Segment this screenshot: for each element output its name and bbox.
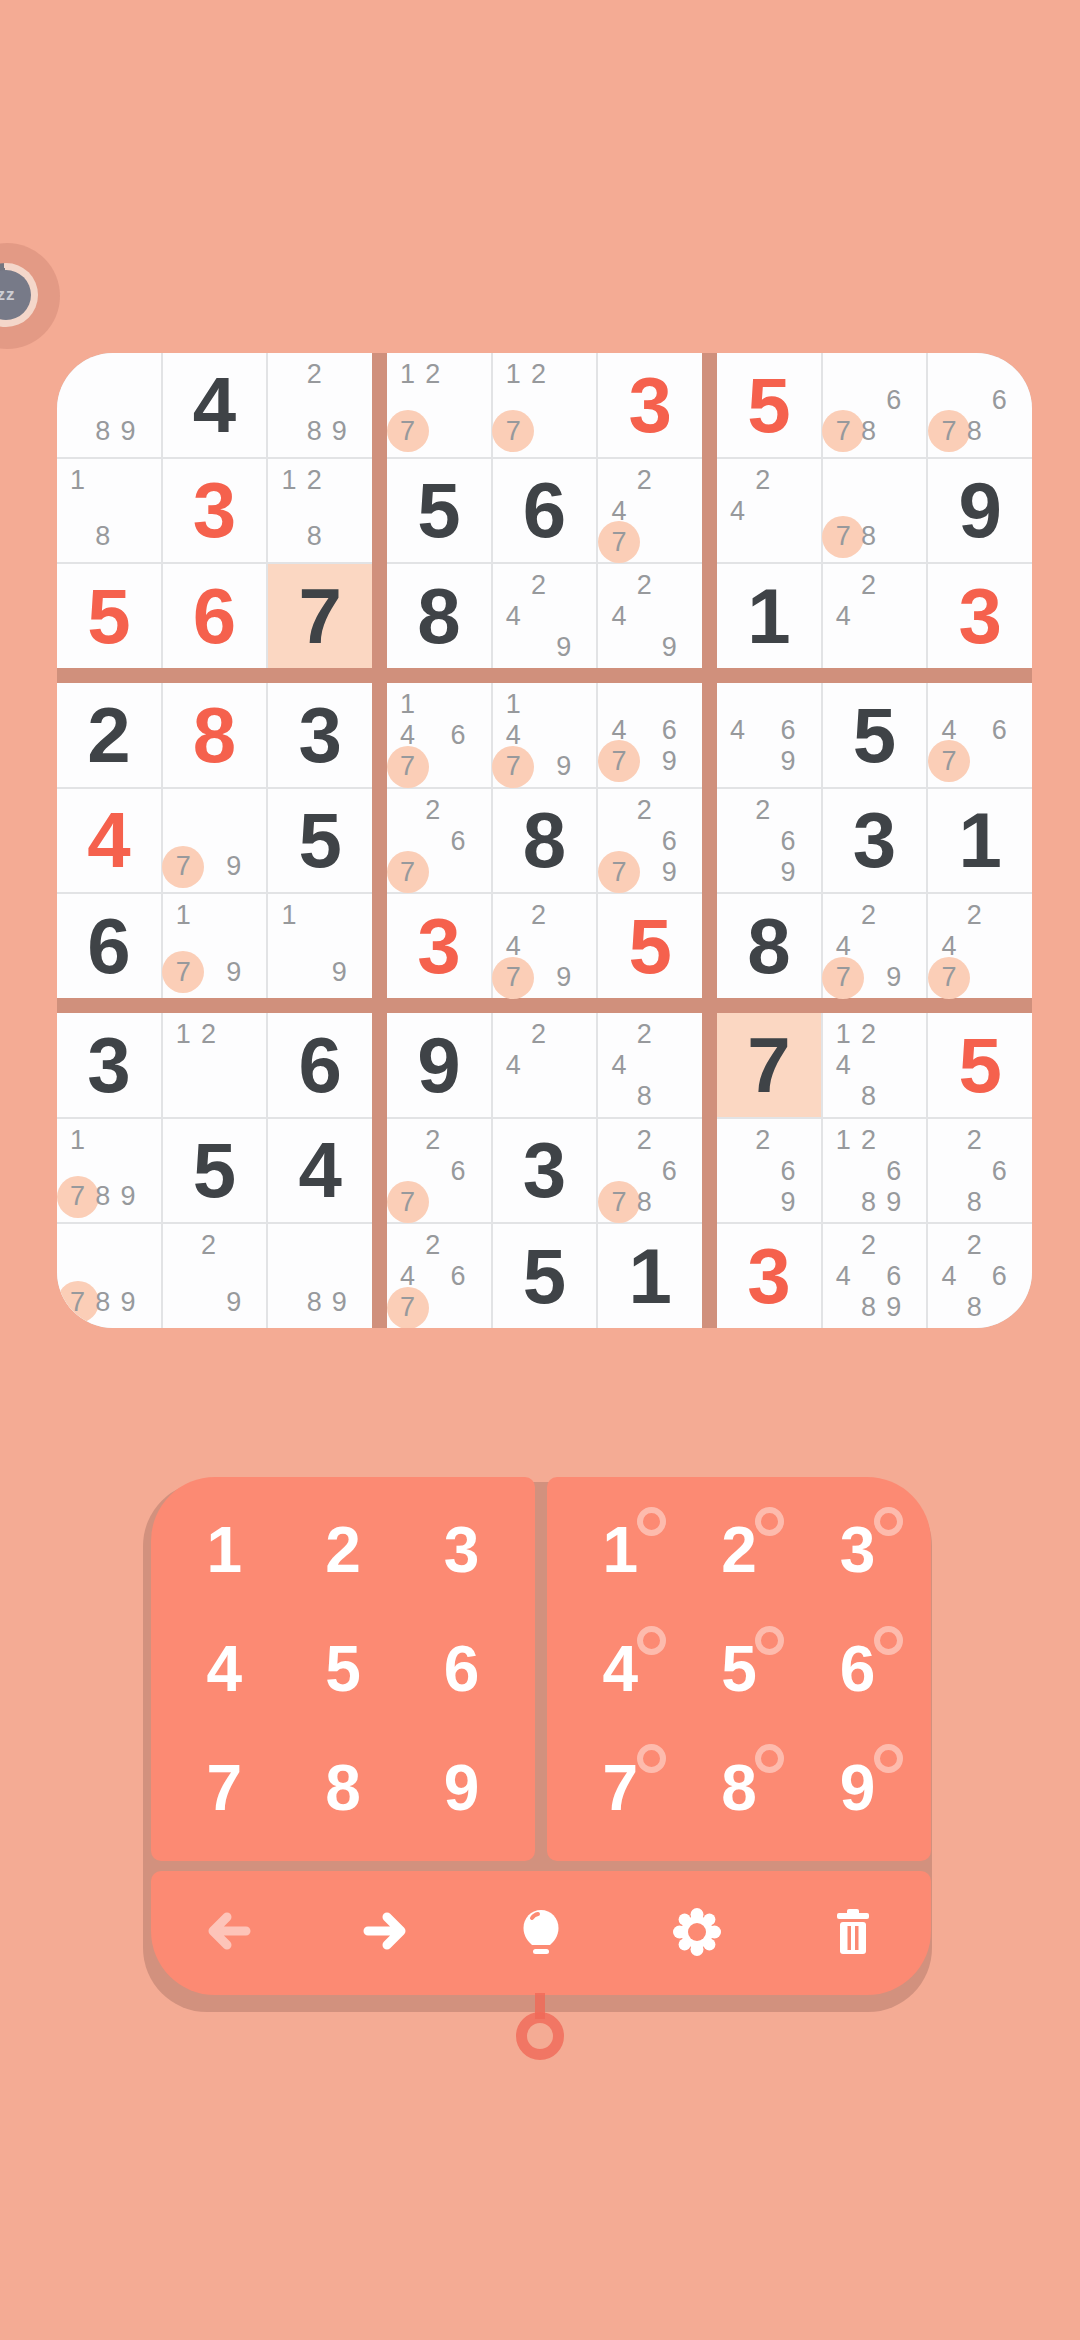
notes-keypad-digit-3[interactable]: 3 (798, 1491, 917, 1610)
given-digit: 5 (853, 696, 896, 774)
given-digit: 5 (417, 471, 460, 549)
note-digit-circled: 7 (395, 857, 420, 888)
note-digit: 2 (420, 359, 445, 390)
cell-r5c8[interactable]: 3 (823, 789, 927, 893)
note-digit: 1 (831, 1125, 856, 1156)
cell-r4c3[interactable]: 3 (268, 683, 372, 787)
sudoku-board: 8942891831285671271273562478249249567867… (57, 353, 1032, 1328)
note-digit: 1 (276, 465, 301, 496)
cell-r5c9[interactable]: 1 (928, 789, 1032, 893)
note-digit-circled: 7 (65, 1181, 90, 1212)
cell-r6c5[interactable]: 2479 (493, 894, 597, 998)
note-digit: 8 (856, 521, 881, 552)
cell-r8c6[interactable]: 2678 (598, 1119, 702, 1223)
pencil-notes: 128 (276, 465, 352, 553)
note-digit: 2 (856, 1125, 881, 1156)
note-ring-icon (755, 1626, 784, 1655)
user-digit: 5 (628, 907, 671, 985)
given-digit: 8 (417, 577, 460, 655)
redo-button[interactable] (307, 1903, 463, 1964)
note-digit: 6 (987, 715, 1012, 746)
note-digit: 4 (831, 1050, 856, 1081)
note-digit: 9 (551, 751, 576, 782)
cell-r8c5[interactable]: 3 (493, 1119, 597, 1223)
cell-r3c6[interactable]: 249 (598, 564, 702, 668)
pencil-notes: 24 (831, 570, 907, 658)
note-digit: 9 (775, 1187, 800, 1218)
cell-r2c6[interactable]: 247 (598, 459, 702, 563)
note-digit: 2 (750, 465, 775, 496)
pencil-notes: 24 (501, 1019, 577, 1107)
cell-r2c5[interactable]: 6 (493, 459, 597, 563)
cell-r8c8[interactable]: 12689 (823, 1119, 927, 1223)
note-digit: 2 (856, 1019, 881, 1050)
note-ring-icon (755, 1744, 784, 1773)
note-digit: 9 (115, 1181, 140, 1212)
cell-r7c2[interactable]: 12 (163, 1013, 267, 1117)
note-digit: 2 (420, 1230, 445, 1261)
note-digit: 8 (856, 1187, 881, 1218)
pencil-notes: 179 (171, 900, 247, 988)
note-digit: 9 (115, 416, 140, 447)
cell-r1c1[interactable]: 89 (57, 353, 161, 457)
note-digit-circled: 7 (831, 521, 856, 552)
note-digit: 2 (632, 1125, 657, 1156)
note-digit: 9 (657, 857, 682, 888)
cell-r9c6[interactable]: 1 (598, 1224, 702, 1328)
note-digit: 4 (606, 601, 631, 632)
board-box-1: 894289183128567 (57, 353, 372, 668)
note-digit: 2 (962, 900, 987, 931)
given-digit: 7 (298, 577, 341, 655)
cell-r7c5[interactable]: 24 (493, 1013, 597, 1117)
cell-r6c1[interactable]: 6 (57, 894, 161, 998)
pencil-notes: 89 (276, 1230, 352, 1318)
keypad-digit-8[interactable]: 8 (284, 1728, 403, 1847)
note-digit: 2 (856, 900, 881, 931)
cell-r4c7[interactable]: 469 (717, 683, 821, 787)
pencil-notes: 79 (171, 795, 247, 883)
pencil-notes: 289 (276, 359, 352, 447)
cell-r8c3[interactable]: 4 (268, 1119, 372, 1223)
cell-r9c8[interactable]: 24689 (823, 1224, 927, 1328)
board-box-2: 1271273562478249249 (387, 353, 702, 668)
pencil-notes: 267 (395, 795, 471, 883)
notes-keypad-digit-5[interactable]: 5 (680, 1610, 799, 1729)
cell-r7c8[interactable]: 1248 (823, 1013, 927, 1117)
hint-button[interactable] (463, 1903, 619, 1964)
note-digit: 4 (831, 1261, 856, 1292)
cell-r2c4[interactable]: 5 (387, 459, 491, 563)
note-digit: 6 (987, 1261, 1012, 1292)
keypad-digit-9[interactable]: 9 (402, 1728, 521, 1847)
pencil-notes: 1467 (395, 689, 471, 777)
note-digit: 9 (657, 632, 682, 663)
note-digit: 2 (856, 1230, 881, 1261)
cell-r8c1[interactable]: 1789 (57, 1119, 161, 1223)
settings-button[interactable] (619, 1903, 775, 1964)
note-digit: 1 (395, 359, 420, 390)
cell-r6c3[interactable]: 19 (268, 894, 372, 998)
cell-r8c4[interactable]: 267 (387, 1119, 491, 1223)
note-digit: 9 (221, 957, 246, 988)
delete-button[interactable] (775, 1903, 931, 1964)
note-digit-circled: 7 (395, 751, 420, 782)
note-digit: 1 (501, 359, 526, 390)
given-digit: 7 (747, 1026, 790, 1104)
note-digit: 6 (881, 385, 906, 416)
note-digit: 9 (327, 1287, 352, 1318)
note-digit-circled: 7 (606, 527, 631, 558)
cell-r9c5[interactable]: 5 (493, 1224, 597, 1328)
cell-r9c1[interactable]: 789 (57, 1224, 161, 1328)
note-digit: 2 (962, 1125, 987, 1156)
cell-r8c2[interactable]: 5 (163, 1119, 267, 1223)
notes-keypad-digit-1[interactable]: 1 (561, 1491, 680, 1610)
cell-r9c2[interactable]: 29 (163, 1224, 267, 1328)
note-digit-circled: 7 (395, 416, 420, 447)
note-digit: 6 (445, 720, 470, 751)
notes-keypad: 123456789 (547, 1477, 931, 1861)
keypad-digit-4[interactable]: 4 (165, 1610, 284, 1729)
board-box-6: 46954672693182479247 (717, 683, 1032, 998)
keypad-digit-3[interactable]: 3 (402, 1491, 521, 1610)
note-digit: 8 (962, 416, 987, 447)
pencil-notes: 89 (65, 359, 141, 447)
note-digit: 1 (171, 900, 196, 931)
board-box-5: 14671479467926782679324795 (387, 683, 702, 998)
note-digit: 9 (881, 962, 906, 993)
hint-bulb-icon (513, 1904, 569, 1963)
pencil-notes: 247 (936, 900, 1012, 988)
cell-r2c9[interactable]: 9 (928, 459, 1032, 563)
notes-keypad-digit-7[interactable]: 7 (561, 1728, 680, 1847)
pencil-notes: 269 (725, 1125, 801, 1213)
note-digit: 8 (90, 1181, 115, 1212)
user-digit: 3 (417, 907, 460, 985)
cell-r4c1[interactable]: 2 (57, 683, 161, 787)
note-digit: 8 (90, 416, 115, 447)
cell-r4c9[interactable]: 467 (928, 683, 1032, 787)
cell-r9c3[interactable]: 89 (268, 1224, 372, 1328)
note-digit: 8 (856, 1292, 881, 1323)
pencil-notes: 2467 (395, 1230, 471, 1318)
cell-r5c7[interactable]: 269 (717, 789, 821, 893)
cell-r2c2[interactable]: 3 (163, 459, 267, 563)
note-digit: 6 (445, 826, 470, 857)
pencil-notes: 268 (936, 1125, 1012, 1213)
user-digit: 3 (958, 577, 1001, 655)
given-digit: 3 (853, 801, 896, 879)
note-digit: 1 (276, 900, 301, 931)
given-digit: 3 (523, 1131, 566, 1209)
cell-r8c7[interactable]: 269 (717, 1119, 821, 1223)
note-digit: 2 (632, 570, 657, 601)
note-digit: 9 (115, 1287, 140, 1318)
user-digit: 8 (193, 696, 236, 774)
keypad-digit-1[interactable]: 1 (165, 1491, 284, 1610)
redo-arrow-icon (357, 1904, 413, 1963)
note-digit: 8 (962, 1292, 987, 1323)
cell-r6c4[interactable]: 3 (387, 894, 491, 998)
keypad-digit-2[interactable]: 2 (284, 1491, 403, 1610)
cell-r3c5[interactable]: 249 (493, 564, 597, 668)
note-digit-circled: 7 (936, 416, 961, 447)
note-ring-icon (874, 1626, 903, 1655)
note-digit: 9 (221, 851, 246, 882)
note-digit: 4 (501, 1050, 526, 1081)
pencil-notes: 1248 (831, 1019, 907, 1107)
cell-r2c7[interactable]: 24 (717, 459, 821, 563)
cell-r4c5[interactable]: 1479 (493, 683, 597, 787)
cell-r4c8[interactable]: 5 (823, 683, 927, 787)
user-digit: 3 (628, 366, 671, 444)
note-digit: 6 (657, 715, 682, 746)
note-digit: 2 (750, 795, 775, 826)
pencil-notes: 78 (831, 465, 907, 553)
cell-r2c3[interactable]: 128 (268, 459, 372, 563)
board-box-7: 31261789547892989 (57, 1013, 372, 1328)
note-digit: 4 (725, 715, 750, 746)
given-digit: 1 (747, 577, 790, 655)
note-digit: 2 (856, 570, 881, 601)
note-digit: 8 (962, 1187, 987, 1218)
note-digit-circled: 7 (606, 857, 631, 888)
cell-r2c8[interactable]: 78 (823, 459, 927, 563)
note-digit-circled: 7 (65, 1287, 90, 1318)
cell-r1c2[interactable]: 4 (163, 353, 267, 457)
notes-keypad-digit-8[interactable]: 8 (680, 1728, 799, 1847)
note-ring-icon (637, 1626, 666, 1655)
pencil-notes: 12689 (831, 1125, 907, 1213)
note-digit: 2 (632, 465, 657, 496)
pencil-notes: 18 (65, 465, 141, 553)
note-digit-circled: 7 (501, 962, 526, 993)
cell-r3c1[interactable]: 5 (57, 564, 161, 668)
note-digit-circled: 7 (936, 962, 961, 993)
keypad-digit-7[interactable]: 7 (165, 1728, 284, 1847)
note-digit-circled: 7 (501, 416, 526, 447)
note-digit: 2 (420, 1125, 445, 1156)
cell-r5c2[interactable]: 79 (163, 789, 267, 893)
pencil-notes: 2468 (936, 1230, 1012, 1318)
board-box-4: 2834795617919 (57, 683, 372, 998)
board-box-9: 712485269126892683246892468 (717, 1013, 1032, 1328)
note-digit: 4 (725, 496, 750, 527)
cell-r4c6[interactable]: 4679 (598, 683, 702, 787)
undo-arrow-icon (201, 1904, 257, 1963)
cell-r6c2[interactable]: 179 (163, 894, 267, 998)
cell-r1c3[interactable]: 289 (268, 353, 372, 457)
note-digit: 1 (501, 689, 526, 720)
cell-r1c8[interactable]: 678 (823, 353, 927, 457)
cell-r5c3[interactable]: 5 (268, 789, 372, 893)
cell-r6c9[interactable]: 247 (928, 894, 1032, 998)
cell-r6c7[interactable]: 8 (717, 894, 821, 998)
cell-r8c9[interactable]: 268 (928, 1119, 1032, 1223)
pencil-notes: 789 (65, 1230, 141, 1318)
pencil-notes: 467 (936, 689, 1012, 777)
user-digit: 3 (193, 471, 236, 549)
pencil-notes: 24689 (831, 1230, 907, 1318)
note-digit: 2 (632, 795, 657, 826)
pencil-notes: 247 (606, 465, 682, 553)
given-digit: 6 (87, 907, 130, 985)
cell-r9c9[interactable]: 2468 (928, 1224, 1032, 1328)
drawer-handle-ring[interactable] (516, 2012, 564, 2060)
pencil-notes: 24 (725, 465, 801, 553)
pencil-notes: 267 (395, 1125, 471, 1213)
pencil-notes: 2679 (606, 795, 682, 883)
cell-r7c1[interactable]: 3 (57, 1013, 161, 1117)
cell-r5c4[interactable]: 267 (387, 789, 491, 893)
note-digit: 2 (526, 570, 551, 601)
note-digit: 4 (936, 1261, 961, 1292)
pencil-notes: 1479 (501, 689, 577, 777)
note-ring-icon (637, 1744, 666, 1773)
notes-keypad-digit-4[interactable]: 4 (561, 1610, 680, 1729)
cell-r5c5[interactable]: 8 (493, 789, 597, 893)
given-digit: 8 (523, 801, 566, 879)
cell-r3c2[interactable]: 6 (163, 564, 267, 668)
note-digit: 2 (302, 359, 327, 390)
note-digit: 2 (420, 795, 445, 826)
pencil-notes: 248 (606, 1019, 682, 1107)
cell-r6c6[interactable]: 5 (598, 894, 702, 998)
notes-keypad-digit-6[interactable]: 6 (798, 1610, 917, 1729)
note-digit-circled: 7 (395, 1187, 420, 1218)
cell-r7c9[interactable]: 5 (928, 1013, 1032, 1117)
note-digit: 8 (90, 521, 115, 552)
pencil-notes: 2678 (606, 1125, 682, 1213)
note-digit: 1 (65, 1125, 90, 1156)
given-digit: 3 (87, 1026, 130, 1104)
cell-r2c1[interactable]: 18 (57, 459, 161, 563)
user-digit: 4 (87, 801, 130, 879)
given-digit: 9 (958, 471, 1001, 549)
pencil-notes: 469 (725, 689, 801, 777)
cell-r1c5[interactable]: 127 (493, 353, 597, 457)
note-digit: 6 (445, 1156, 470, 1187)
cell-r7c7[interactable]: 7 (717, 1013, 821, 1117)
given-digit: 4 (193, 366, 236, 444)
given-digit: 9 (417, 1026, 460, 1104)
note-digit: 4 (501, 601, 526, 632)
note-digit: 2 (196, 1019, 221, 1050)
pencil-notes: 4679 (606, 689, 682, 777)
given-digit: 5 (523, 1237, 566, 1315)
cell-r4c4[interactable]: 1467 (387, 683, 491, 787)
cell-r1c7[interactable]: 5 (717, 353, 821, 457)
note-digit: 8 (90, 1287, 115, 1318)
cell-r7c3[interactable]: 6 (268, 1013, 372, 1117)
note-digit: 1 (65, 465, 90, 496)
note-digit: 2 (750, 1125, 775, 1156)
note-digit: 2 (526, 1019, 551, 1050)
note-digit: 2 (526, 900, 551, 931)
note-digit: 1 (831, 1019, 856, 1050)
cell-r7c4[interactable]: 9 (387, 1013, 491, 1117)
note-digit: 6 (881, 1156, 906, 1187)
pencil-notes: 127 (395, 359, 471, 447)
cell-r3c9[interactable]: 3 (928, 564, 1032, 668)
note-digit: 6 (445, 1261, 470, 1292)
given-digit: 5 (298, 801, 341, 879)
note-digit-circled: 7 (606, 1187, 631, 1218)
note-digit: 9 (327, 957, 352, 988)
cell-r3c7[interactable]: 1 (717, 564, 821, 668)
notes-keypad-digit-9[interactable]: 9 (798, 1728, 917, 1847)
note-digit: 8 (856, 416, 881, 447)
cell-r1c4[interactable]: 127 (387, 353, 491, 457)
given-digit: 8 (747, 907, 790, 985)
note-digit-circled: 7 (831, 962, 856, 993)
toolbar (151, 1871, 931, 1995)
note-digit: 2 (196, 1230, 221, 1261)
undo-button[interactable] (151, 1903, 307, 1964)
user-digit: 5 (87, 577, 130, 655)
note-ring-icon (755, 1507, 784, 1536)
cell-r9c4[interactable]: 2467 (387, 1224, 491, 1328)
cell-r3c4[interactable]: 8 (387, 564, 491, 668)
pencil-notes: 19 (276, 900, 352, 988)
cell-r5c6[interactable]: 2679 (598, 789, 702, 893)
note-ring-icon (874, 1507, 903, 1536)
note-ring-icon (874, 1744, 903, 1773)
notes-keypad-digit-2[interactable]: 2 (680, 1491, 799, 1610)
note-digit: 8 (302, 521, 327, 552)
pencil-notes: 678 (831, 359, 907, 447)
settings-gear-icon (669, 1904, 725, 1963)
note-digit: 6 (775, 1156, 800, 1187)
board-box-8: 92424826732678246751 (387, 1013, 702, 1328)
keypad-digit-6[interactable]: 6 (402, 1610, 521, 1729)
note-digit: 8 (302, 1287, 327, 1318)
note-digit: 1 (171, 1019, 196, 1050)
note-digit-circled: 7 (936, 746, 961, 777)
note-digit: 8 (632, 1081, 657, 1112)
cell-r4c2[interactable]: 8 (163, 683, 267, 787)
note-digit: 2 (526, 359, 551, 390)
note-digit-circled: 7 (395, 1292, 420, 1323)
note-digit-circled: 7 (606, 746, 631, 777)
pencil-notes: 127 (501, 359, 577, 447)
cell-r3c8[interactable]: 24 (823, 564, 927, 668)
number-keypad: 123456789 (151, 1477, 535, 1861)
cell-r6c8[interactable]: 2479 (823, 894, 927, 998)
cell-r5c1[interactable]: 4 (57, 789, 161, 893)
delete-trash-icon (825, 1904, 881, 1963)
note-digit: 8 (302, 416, 327, 447)
note-digit: 9 (221, 1287, 246, 1318)
note-digit-circled: 7 (501, 751, 526, 782)
cell-r1c6[interactable]: 3 (598, 353, 702, 457)
cell-r7c6[interactable]: 248 (598, 1013, 702, 1117)
user-digit: 5 (747, 366, 790, 444)
cell-r3c3[interactable]: 7 (268, 564, 372, 668)
given-digit: 1 (958, 801, 1001, 879)
keypad-digit-5[interactable]: 5 (284, 1610, 403, 1729)
zen-badge-label: zz (0, 270, 31, 320)
note-digit: 9 (327, 416, 352, 447)
given-digit: 3 (298, 696, 341, 774)
given-digit: 5 (193, 1131, 236, 1209)
cell-r1c9[interactable]: 678 (928, 353, 1032, 457)
note-digit-circled: 7 (171, 957, 196, 988)
cell-r9c7[interactable]: 3 (717, 1224, 821, 1328)
pencil-notes: 249 (501, 570, 577, 658)
pencil-notes: 2479 (831, 900, 907, 988)
